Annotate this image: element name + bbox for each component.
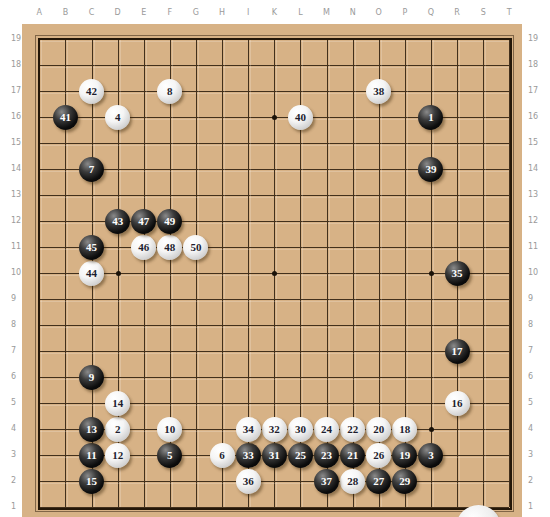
stone-black-25[interactable]: 25 <box>288 443 313 468</box>
column-label: S <box>481 9 486 17</box>
row-label-right: 3 <box>528 451 533 459</box>
go-game-screenshot: ABCDEFGHIKLMNOPQRST 19181716151413121110… <box>0 0 550 517</box>
column-label: P <box>402 9 407 17</box>
stone-black-37[interactable]: 37 <box>314 469 339 494</box>
row-label-right: 6 <box>528 373 533 381</box>
stone-white-16[interactable]: 16 <box>445 391 470 416</box>
stone-white-48[interactable]: 48 <box>157 235 182 260</box>
row-label-right: 19 <box>528 35 538 43</box>
stone-white-40[interactable]: 40 <box>288 105 313 130</box>
stone-white-10[interactable]: 10 <box>157 417 182 442</box>
row-label-right: 11 <box>528 243 538 251</box>
row-label-right: 18 <box>528 61 538 69</box>
column-label: N <box>350 9 356 17</box>
row-label-left: 7 <box>11 347 16 355</box>
column-label: D <box>115 9 121 17</box>
stone-white-20[interactable]: 20 <box>366 417 391 442</box>
row-label-left: 9 <box>11 295 16 303</box>
row-label-left: 10 <box>11 269 21 277</box>
row-label-right: 2 <box>528 477 533 485</box>
stone-white-14[interactable]: 14 <box>105 391 130 416</box>
stone-white-6[interactable]: 6 <box>210 443 235 468</box>
stone-white-44[interactable]: 44 <box>79 261 104 286</box>
column-label: M <box>323 9 330 17</box>
stone-black-33[interactable]: 33 <box>236 443 261 468</box>
stone-white-18[interactable]: 18 <box>392 417 417 442</box>
stone-white-12[interactable]: 12 <box>105 443 130 468</box>
stone-white-38[interactable]: 38 <box>366 79 391 104</box>
stone-black-15[interactable]: 15 <box>79 469 104 494</box>
row-label-left: 8 <box>11 321 16 329</box>
stone-white-36[interactable]: 36 <box>236 469 261 494</box>
row-label-left: 15 <box>11 139 21 147</box>
row-label-left: 13 <box>11 191 21 199</box>
stone-white-26[interactable]: 26 <box>366 443 391 468</box>
stone-black-5[interactable]: 5 <box>157 443 182 468</box>
row-label-left: 6 <box>11 373 16 381</box>
row-label-left: 11 <box>11 243 21 251</box>
row-label-left: 16 <box>11 113 21 121</box>
column-label: I <box>247 9 249 17</box>
stone-black-21[interactable]: 21 <box>340 443 365 468</box>
stone-black-43[interactable]: 43 <box>105 209 130 234</box>
stone-white-42[interactable]: 42 <box>79 79 104 104</box>
stone-white-32[interactable]: 32 <box>262 417 287 442</box>
stone-white-22[interactable]: 22 <box>340 417 365 442</box>
stone-black-9[interactable]: 9 <box>79 365 104 390</box>
stone-black-13[interactable]: 13 <box>79 417 104 442</box>
stone-white-4[interactable]: 4 <box>105 105 130 130</box>
row-label-left: 19 <box>11 35 21 43</box>
stone-black-41[interactable]: 41 <box>53 105 78 130</box>
column-label: B <box>63 9 69 17</box>
column-label: T <box>507 9 512 17</box>
stone-black-31[interactable]: 31 <box>262 443 287 468</box>
stone-black-17[interactable]: 17 <box>445 339 470 364</box>
stone-white-30[interactable]: 30 <box>288 417 313 442</box>
row-label-right: 17 <box>528 87 538 95</box>
column-label: H <box>219 9 225 17</box>
stone-black-19[interactable]: 19 <box>392 443 417 468</box>
stone-black-7[interactable]: 7 <box>79 157 104 182</box>
column-label: A <box>37 9 42 17</box>
row-label-left: 1 <box>11 503 16 511</box>
column-label: Q <box>428 9 434 17</box>
stone-white-46[interactable]: 46 <box>131 235 156 260</box>
row-label-right: 7 <box>528 347 533 355</box>
row-label-right: 9 <box>528 295 533 303</box>
row-label-right: 10 <box>528 269 538 277</box>
column-label: L <box>298 9 302 17</box>
row-label-right: 15 <box>528 139 538 147</box>
row-label-right: 4 <box>528 425 533 433</box>
stone-black-23[interactable]: 23 <box>314 443 339 468</box>
stone-white-34[interactable]: 34 <box>236 417 261 442</box>
column-label: O <box>376 9 382 17</box>
column-label: K <box>272 9 277 17</box>
stone-black-35[interactable]: 35 <box>445 261 470 286</box>
stone-black-49[interactable]: 49 <box>157 209 182 234</box>
column-label: E <box>141 9 146 17</box>
column-label: C <box>89 9 95 17</box>
column-label: G <box>193 9 199 17</box>
stone-white-2[interactable]: 2 <box>105 417 130 442</box>
row-label-right: 5 <box>528 399 533 407</box>
column-label: R <box>454 9 460 17</box>
row-label-right: 14 <box>528 165 538 173</box>
row-label-left: 5 <box>11 399 16 407</box>
row-label-left: 17 <box>11 87 21 95</box>
row-label-right: 16 <box>528 113 538 121</box>
row-label-left: 2 <box>11 477 16 485</box>
row-label-left: 14 <box>11 165 21 173</box>
stone-black-45[interactable]: 45 <box>79 235 104 260</box>
stone-black-47[interactable]: 47 <box>131 209 156 234</box>
row-label-left: 4 <box>11 425 16 433</box>
row-label-left: 3 <box>11 451 16 459</box>
stone-white-8[interactable]: 8 <box>157 79 182 104</box>
row-label-right: 12 <box>528 217 538 225</box>
row-label-right: 1 <box>528 503 533 511</box>
row-label-right: 8 <box>528 321 533 329</box>
stone-black-29[interactable]: 29 <box>392 469 417 494</box>
stone-white-28[interactable]: 28 <box>340 469 365 494</box>
star-point <box>116 271 121 276</box>
row-label-left: 18 <box>11 61 21 69</box>
row-label-left: 12 <box>11 217 21 225</box>
column-label: F <box>168 9 173 17</box>
row-label-right: 13 <box>528 191 538 199</box>
stone-white-24[interactable]: 24 <box>314 417 339 442</box>
stone-black-11[interactable]: 11 <box>79 443 104 468</box>
stone-black-27[interactable]: 27 <box>366 469 391 494</box>
